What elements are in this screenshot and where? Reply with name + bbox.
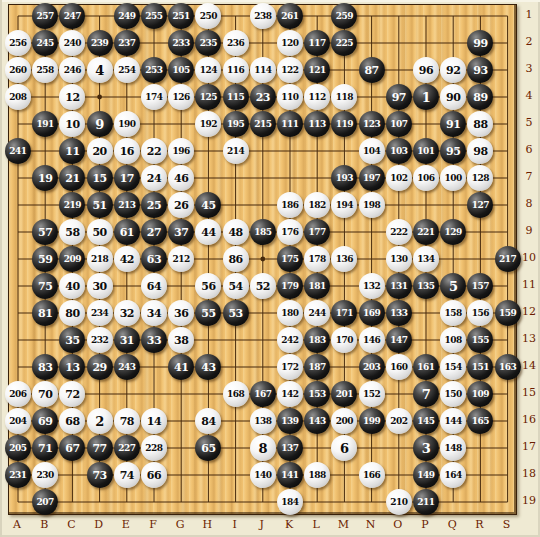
stone-white-move-104: 104 <box>359 138 385 164</box>
stone-white-move-158: 158 <box>440 300 466 326</box>
stone-white-move-22: 22 <box>141 138 167 164</box>
stone-white-move-26: 26 <box>168 192 194 218</box>
stone-white-move-186: 186 <box>277 192 303 218</box>
stone-white-move-208: 208 <box>5 84 31 110</box>
stone-white-move-168: 168 <box>223 381 249 407</box>
stone-black-move-121: 121 <box>304 57 330 83</box>
stone-black-move-211: 211 <box>413 489 439 515</box>
stone-black-move-3: 3 <box>413 435 439 461</box>
stone-white-move-146: 146 <box>359 327 385 353</box>
column-label-L: L <box>307 518 325 532</box>
stone-white-move-242: 242 <box>277 327 303 353</box>
stone-white-move-258: 258 <box>32 57 58 83</box>
column-label-J: J <box>253 518 271 532</box>
stone-black-move-113: 113 <box>304 111 330 137</box>
stone-black-move-183: 183 <box>304 327 330 353</box>
stone-black-move-19: 19 <box>32 165 58 191</box>
stone-white-move-198: 198 <box>359 192 385 218</box>
stone-white-move-52: 52 <box>250 273 276 299</box>
stone-white-move-230: 230 <box>32 462 58 488</box>
row-label-2: 2 <box>519 35 539 49</box>
stone-black-move-103: 103 <box>386 138 412 164</box>
stone-white-move-34: 34 <box>141 300 167 326</box>
stone-white-move-102: 102 <box>386 165 412 191</box>
stone-white-move-212: 212 <box>168 246 194 272</box>
stone-black-move-87: 87 <box>359 57 385 83</box>
stone-white-move-176: 176 <box>277 219 303 245</box>
column-label-F: F <box>144 518 162 532</box>
stone-black-move-29: 29 <box>87 354 113 380</box>
stone-black-move-239: 239 <box>87 30 113 56</box>
stone-black-move-215: 215 <box>250 111 276 137</box>
stone-black-move-81: 81 <box>32 300 58 326</box>
stone-white-move-190: 190 <box>114 111 140 137</box>
stone-black-move-111: 111 <box>277 111 303 137</box>
stone-white-move-150: 150 <box>440 381 466 407</box>
stone-black-move-95: 95 <box>440 138 466 164</box>
stone-white-move-38: 38 <box>168 327 194 353</box>
stone-black-move-221: 221 <box>413 219 439 245</box>
stone-white-move-30: 30 <box>87 273 113 299</box>
stone-black-move-9: 9 <box>87 111 113 137</box>
stone-white-move-8: 8 <box>250 435 276 461</box>
row-label-13: 13 <box>519 332 539 346</box>
stone-black-move-245: 245 <box>32 30 58 56</box>
stone-white-move-138: 138 <box>250 408 276 434</box>
stone-black-move-261: 261 <box>277 3 303 29</box>
stone-white-move-116: 116 <box>223 57 249 83</box>
stone-black-move-75: 75 <box>32 273 58 299</box>
stone-white-move-114: 114 <box>250 57 276 83</box>
stone-white-move-86: 86 <box>223 246 249 272</box>
stone-white-move-42: 42 <box>114 246 140 272</box>
stone-black-move-257: 257 <box>32 3 58 29</box>
stone-black-move-179: 179 <box>277 273 303 299</box>
stone-black-move-147: 147 <box>386 327 412 353</box>
stone-black-move-139: 139 <box>277 408 303 434</box>
stone-white-move-108: 108 <box>440 327 466 353</box>
stone-black-move-115: 115 <box>223 84 249 110</box>
stone-white-move-222: 222 <box>386 219 412 245</box>
stone-black-move-61: 61 <box>114 219 140 245</box>
stone-white-move-78: 78 <box>114 408 140 434</box>
stone-black-move-237: 237 <box>114 30 140 56</box>
stone-black-move-137: 137 <box>277 435 303 461</box>
stone-black-move-131: 131 <box>386 273 412 299</box>
stone-white-move-140: 140 <box>250 462 276 488</box>
stone-black-move-169: 169 <box>359 300 385 326</box>
stone-white-move-74: 74 <box>114 462 140 488</box>
row-label-11: 11 <box>519 278 539 292</box>
stone-white-move-106: 106 <box>413 165 439 191</box>
go-board: 2572472492552512502382612592562452402392… <box>8 4 517 515</box>
column-label-S: S <box>498 518 516 532</box>
stone-black-move-141: 141 <box>277 462 303 488</box>
stone-black-move-203: 203 <box>359 354 385 380</box>
stone-white-move-64: 64 <box>141 273 167 299</box>
stone-white-move-260: 260 <box>5 57 31 83</box>
stone-black-move-145: 145 <box>413 408 439 434</box>
stone-white-move-210: 210 <box>386 489 412 515</box>
stone-white-move-96: 96 <box>413 57 439 83</box>
row-label-6: 6 <box>519 143 539 157</box>
stone-white-move-204: 204 <box>5 408 31 434</box>
stone-white-move-70: 70 <box>32 381 58 407</box>
stone-black-move-133: 133 <box>386 300 412 326</box>
stone-black-move-83: 83 <box>32 354 58 380</box>
stone-black-move-107: 107 <box>386 111 412 137</box>
stone-black-move-1: 1 <box>413 84 439 110</box>
stone-white-move-180: 180 <box>277 300 303 326</box>
stone-black-move-69: 69 <box>32 408 58 434</box>
stone-black-move-123: 123 <box>359 111 385 137</box>
stone-black-move-17: 17 <box>114 165 140 191</box>
row-label-7: 7 <box>519 170 539 184</box>
row-label-17: 17 <box>519 440 539 454</box>
stone-white-move-120: 120 <box>277 30 303 56</box>
stone-white-move-14: 14 <box>141 408 167 434</box>
stone-black-move-177: 177 <box>304 219 330 245</box>
stone-black-move-185: 185 <box>250 219 276 245</box>
stone-black-move-233: 233 <box>168 30 194 56</box>
stone-white-move-234: 234 <box>87 300 113 326</box>
stone-white-move-188: 188 <box>304 462 330 488</box>
stone-black-move-199: 199 <box>359 408 385 434</box>
column-label-M: M <box>334 518 352 532</box>
stone-white-move-238: 238 <box>250 3 276 29</box>
stone-white-move-254: 254 <box>114 57 140 83</box>
stone-black-move-191: 191 <box>32 111 58 137</box>
stone-white-move-112: 112 <box>304 84 330 110</box>
stone-black-move-197: 197 <box>359 165 385 191</box>
row-label-4: 4 <box>519 89 539 103</box>
column-label-A: A <box>8 518 26 532</box>
stone-white-move-110: 110 <box>277 84 303 110</box>
stone-white-move-202: 202 <box>386 408 412 434</box>
stone-white-move-154: 154 <box>440 354 466 380</box>
column-label-H: H <box>198 518 216 532</box>
stone-black-move-71: 71 <box>32 435 58 461</box>
stone-white-move-228: 228 <box>141 435 167 461</box>
stone-black-move-181: 181 <box>304 273 330 299</box>
stone-black-move-167: 167 <box>250 381 276 407</box>
column-label-I: I <box>226 518 244 532</box>
stone-white-move-184: 184 <box>277 489 303 515</box>
column-label-R: R <box>470 518 488 532</box>
stone-white-move-256: 256 <box>5 30 31 56</box>
stone-black-move-163: 163 <box>495 354 521 380</box>
stone-white-move-182: 182 <box>304 192 330 218</box>
stone-black-move-53: 53 <box>223 300 249 326</box>
stone-white-move-100: 100 <box>440 165 466 191</box>
column-label-D: D <box>90 518 108 532</box>
stone-black-move-7: 7 <box>413 381 439 407</box>
stone-white-move-46: 46 <box>168 165 194 191</box>
stone-white-move-48: 48 <box>223 219 249 245</box>
stone-white-move-218: 218 <box>87 246 113 272</box>
stone-white-move-144: 144 <box>440 408 466 434</box>
stone-black-move-25: 25 <box>141 192 167 218</box>
column-label-B: B <box>35 518 53 532</box>
stone-black-move-117: 117 <box>304 30 330 56</box>
stone-white-move-32: 32 <box>114 300 140 326</box>
stone-white-move-148: 148 <box>440 435 466 461</box>
stone-black-move-57: 57 <box>32 219 58 245</box>
stone-white-move-16: 16 <box>114 138 140 164</box>
stone-black-move-159: 159 <box>495 300 521 326</box>
stone-black-move-143: 143 <box>304 408 330 434</box>
row-label-19: 19 <box>519 494 539 508</box>
stone-black-move-153: 153 <box>304 381 330 407</box>
stone-black-move-187: 187 <box>304 354 330 380</box>
stone-black-move-231: 231 <box>5 462 31 488</box>
stone-black-move-51: 51 <box>87 192 113 218</box>
column-label-N: N <box>362 518 380 532</box>
row-label-5: 5 <box>519 116 539 130</box>
stone-black-move-135: 135 <box>413 273 439 299</box>
stone-white-move-20: 20 <box>87 138 113 164</box>
stone-white-move-160: 160 <box>386 354 412 380</box>
stone-white-move-232: 232 <box>87 327 113 353</box>
stone-black-move-59: 59 <box>32 246 58 272</box>
stone-black-move-251: 251 <box>168 3 194 29</box>
stone-white-move-172: 172 <box>277 354 303 380</box>
row-label-15: 15 <box>519 386 539 400</box>
stone-black-move-27: 27 <box>141 219 167 245</box>
stone-black-move-41: 41 <box>168 354 194 380</box>
row-label-12: 12 <box>519 305 539 319</box>
stone-black-move-205: 205 <box>5 435 31 461</box>
stone-white-move-134: 134 <box>413 246 439 272</box>
column-label-Q: Q <box>443 518 461 532</box>
go-kifu-panel: 2572472492552512502382612592562452402392… <box>0 0 540 537</box>
row-label-8: 8 <box>519 197 539 211</box>
stone-white-move-236: 236 <box>223 30 249 56</box>
stone-black-move-249: 249 <box>114 3 140 29</box>
stone-white-move-164: 164 <box>440 462 466 488</box>
stone-white-move-244: 244 <box>304 300 330 326</box>
row-label-18: 18 <box>519 467 539 481</box>
stone-white-move-152: 152 <box>359 381 385 407</box>
stone-white-move-130: 130 <box>386 246 412 272</box>
stone-black-move-213: 213 <box>114 192 140 218</box>
column-label-C: C <box>62 518 80 532</box>
stone-white-move-4: 4 <box>87 57 113 83</box>
stone-black-move-97: 97 <box>386 84 412 110</box>
stone-white-move-174: 174 <box>141 84 167 110</box>
stone-black-move-161: 161 <box>413 354 439 380</box>
stone-black-move-91: 91 <box>440 111 466 137</box>
stone-white-move-142: 142 <box>277 381 303 407</box>
stone-black-move-37: 37 <box>168 219 194 245</box>
stone-white-move-50: 50 <box>87 219 113 245</box>
stone-black-move-207: 207 <box>32 489 58 515</box>
stone-white-move-90: 90 <box>440 84 466 110</box>
column-label-K: K <box>280 518 298 532</box>
stone-black-move-129: 129 <box>440 219 466 245</box>
stone-black-move-5: 5 <box>440 273 466 299</box>
stone-black-move-149: 149 <box>413 462 439 488</box>
column-label-E: E <box>117 518 135 532</box>
stone-black-move-195: 195 <box>223 111 249 137</box>
row-label-1: 1 <box>519 8 539 22</box>
stone-black-move-101: 101 <box>413 138 439 164</box>
stone-black-move-241: 241 <box>5 138 31 164</box>
stone-white-move-2: 2 <box>87 408 113 434</box>
stone-black-move-227: 227 <box>114 435 140 461</box>
stone-white-move-24: 24 <box>141 165 167 191</box>
stone-white-move-214: 214 <box>223 138 249 164</box>
row-label-3: 3 <box>519 62 539 76</box>
stone-white-move-166: 166 <box>359 462 385 488</box>
stone-white-move-132: 132 <box>359 273 385 299</box>
stone-white-move-178: 178 <box>304 246 330 272</box>
stone-black-move-253: 253 <box>141 57 167 83</box>
stone-black-move-255: 255 <box>141 3 167 29</box>
stone-black-move-217: 217 <box>495 246 521 272</box>
stone-black-move-73: 73 <box>87 462 113 488</box>
row-label-10: 10 <box>519 251 539 265</box>
stone-white-move-126: 126 <box>168 84 194 110</box>
stone-black-move-77: 77 <box>87 435 113 461</box>
stone-black-move-175: 175 <box>277 246 303 272</box>
stone-black-move-15: 15 <box>87 165 113 191</box>
row-label-16: 16 <box>519 413 539 427</box>
stone-black-move-33: 33 <box>141 327 167 353</box>
stone-white-move-122: 122 <box>277 57 303 83</box>
stone-black-move-105: 105 <box>168 57 194 83</box>
column-label-O: O <box>389 518 407 532</box>
column-label-G: G <box>171 518 189 532</box>
row-label-9: 9 <box>519 224 539 238</box>
stone-white-move-54: 54 <box>223 273 249 299</box>
stone-black-move-23: 23 <box>250 84 276 110</box>
stone-white-move-196: 196 <box>168 138 194 164</box>
column-label-P: P <box>416 518 434 532</box>
stone-black-move-31: 31 <box>114 327 140 353</box>
stone-white-move-206: 206 <box>5 381 31 407</box>
stone-black-move-63: 63 <box>141 246 167 272</box>
stone-white-move-36: 36 <box>168 300 194 326</box>
stone-white-move-66: 66 <box>141 462 167 488</box>
row-label-14: 14 <box>519 359 539 373</box>
stone-black-move-243: 243 <box>114 354 140 380</box>
stone-white-move-92: 92 <box>440 57 466 83</box>
